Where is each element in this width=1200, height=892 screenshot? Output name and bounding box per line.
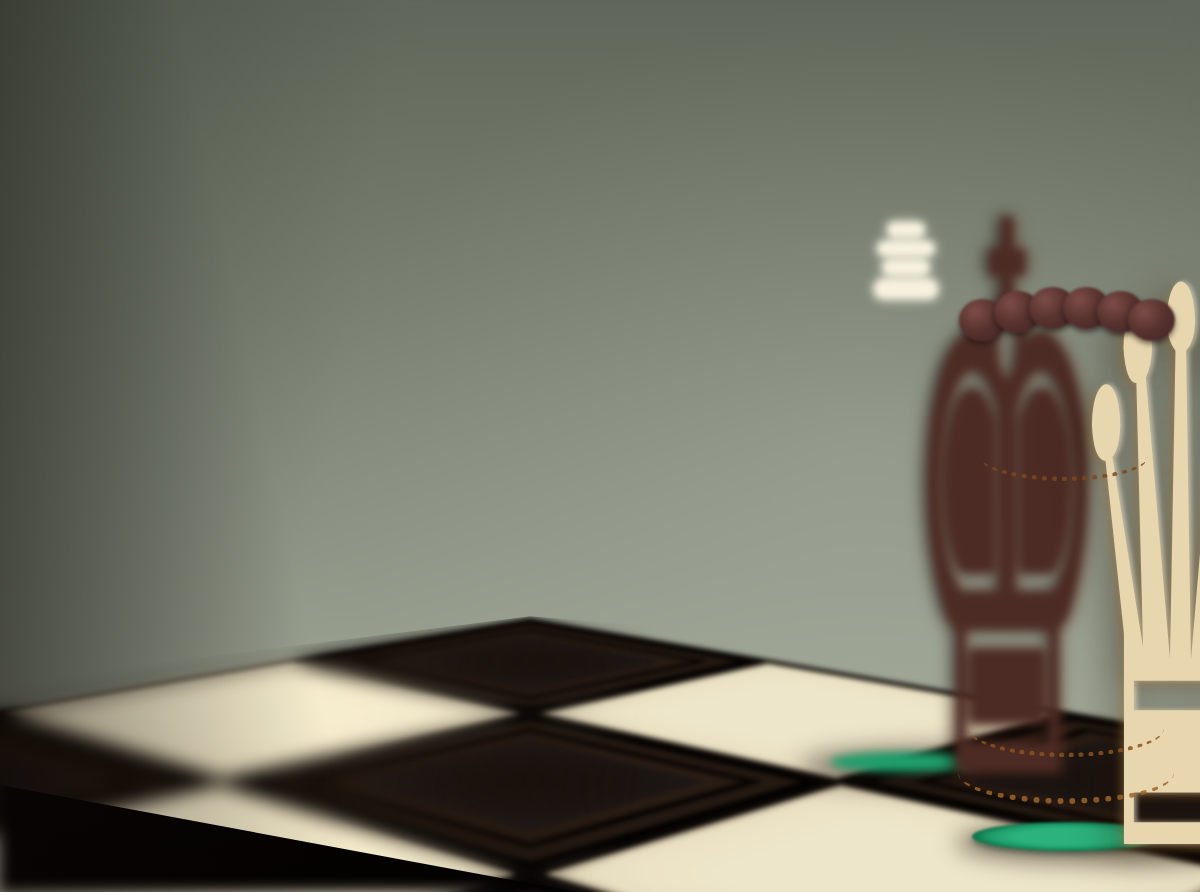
chess-photo-scene: ♚ ♛ Close-up, low-angle photograph of a … <box>0 0 1200 892</box>
king-finial-icon <box>869 222 943 299</box>
